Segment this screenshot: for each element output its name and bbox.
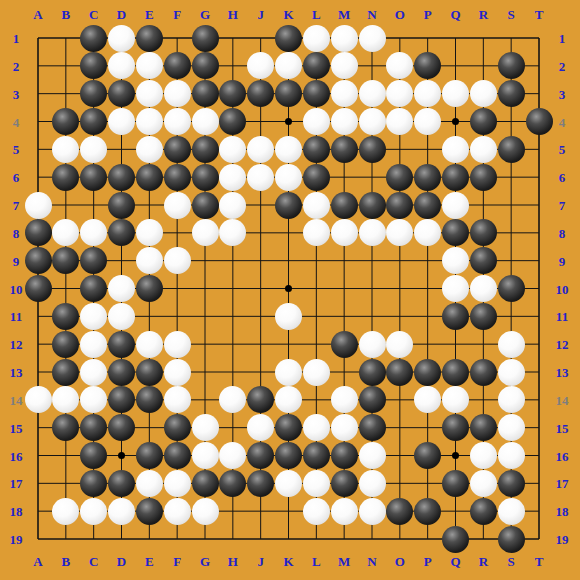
- white-stone: [498, 498, 525, 525]
- row-label-right: 3: [559, 87, 566, 100]
- white-stone: [136, 52, 163, 79]
- black-stone: [164, 52, 191, 79]
- black-stone: [414, 192, 441, 219]
- white-stone: [303, 108, 330, 135]
- col-label-top: H: [228, 8, 238, 21]
- row-label-right: 18: [556, 505, 569, 518]
- col-label-bottom: S: [508, 555, 515, 568]
- star-point: [118, 452, 125, 459]
- col-label-top: L: [312, 8, 321, 21]
- black-stone: [303, 164, 330, 191]
- black-stone: [442, 303, 469, 330]
- white-stone: [80, 359, 107, 386]
- white-stone: [164, 247, 191, 274]
- black-stone: [414, 359, 441, 386]
- row-label-left: 1: [13, 32, 20, 45]
- black-stone: [136, 275, 163, 302]
- col-label-bottom: O: [395, 555, 405, 568]
- white-stone: [136, 108, 163, 135]
- black-stone: [108, 192, 135, 219]
- black-stone: [275, 80, 302, 107]
- black-stone: [164, 136, 191, 163]
- white-stone: [303, 414, 330, 441]
- col-label-top: C: [89, 8, 98, 21]
- white-stone: [359, 108, 386, 135]
- white-stone: [498, 442, 525, 469]
- black-stone: [359, 414, 386, 441]
- white-stone: [498, 359, 525, 386]
- black-stone: [386, 164, 413, 191]
- black-stone: [498, 470, 525, 497]
- col-label-top: S: [508, 8, 515, 21]
- black-stone: [192, 52, 219, 79]
- white-stone: [442, 136, 469, 163]
- col-label-bottom: Q: [450, 555, 460, 568]
- black-stone: [136, 498, 163, 525]
- white-stone: [80, 136, 107, 163]
- col-label-top: D: [117, 8, 126, 21]
- black-stone: [303, 80, 330, 107]
- white-stone: [52, 136, 79, 163]
- col-label-top: R: [479, 8, 488, 21]
- black-stone: [470, 219, 497, 246]
- black-stone: [414, 164, 441, 191]
- row-label-left: 15: [10, 421, 23, 434]
- col-label-top: Q: [450, 8, 460, 21]
- white-stone: [164, 331, 191, 358]
- row-label-right: 17: [556, 477, 569, 490]
- black-stone: [136, 386, 163, 413]
- black-stone: [470, 303, 497, 330]
- row-label-right: 19: [556, 533, 569, 546]
- white-stone: [164, 359, 191, 386]
- row-label-left: 14: [10, 393, 23, 406]
- white-stone: [303, 25, 330, 52]
- white-stone: [331, 25, 358, 52]
- col-label-bottom: D: [117, 555, 126, 568]
- black-stone: [25, 247, 52, 274]
- black-stone: [136, 359, 163, 386]
- white-stone: [470, 470, 497, 497]
- star-point: [285, 285, 292, 292]
- black-stone: [108, 359, 135, 386]
- black-stone: [498, 275, 525, 302]
- white-stone: [108, 303, 135, 330]
- white-stone: [498, 331, 525, 358]
- white-stone: [303, 359, 330, 386]
- white-stone: [108, 25, 135, 52]
- col-label-top: A: [33, 8, 42, 21]
- white-stone: [136, 331, 163, 358]
- black-stone: [331, 136, 358, 163]
- col-label-top: G: [200, 8, 210, 21]
- white-stone: [164, 108, 191, 135]
- white-stone: [192, 442, 219, 469]
- black-stone: [442, 470, 469, 497]
- white-stone: [442, 80, 469, 107]
- row-label-right: 1: [559, 32, 566, 45]
- white-stone: [108, 275, 135, 302]
- row-label-right: 7: [559, 199, 566, 212]
- white-stone: [136, 470, 163, 497]
- black-stone: [526, 108, 553, 135]
- row-label-left: 4: [13, 115, 20, 128]
- white-stone: [275, 164, 302, 191]
- black-stone: [219, 470, 246, 497]
- row-label-left: 11: [10, 310, 22, 323]
- black-stone: [164, 442, 191, 469]
- col-label-bottom: P: [424, 555, 432, 568]
- white-stone: [164, 386, 191, 413]
- black-stone: [470, 247, 497, 274]
- white-stone: [275, 303, 302, 330]
- row-label-right: 14: [556, 393, 569, 406]
- col-label-top: J: [257, 8, 264, 21]
- black-stone: [498, 52, 525, 79]
- col-label-bottom: J: [257, 555, 264, 568]
- row-label-left: 5: [13, 143, 20, 156]
- row-label-left: 8: [13, 226, 20, 239]
- white-stone: [359, 498, 386, 525]
- white-stone: [331, 219, 358, 246]
- white-stone: [331, 52, 358, 79]
- row-label-right: 13: [556, 366, 569, 379]
- row-label-right: 2: [559, 59, 566, 72]
- white-stone: [414, 108, 441, 135]
- white-stone: [442, 275, 469, 302]
- black-stone: [192, 80, 219, 107]
- col-label-top: B: [61, 8, 70, 21]
- white-stone: [192, 414, 219, 441]
- black-stone: [498, 80, 525, 107]
- row-label-left: 9: [13, 254, 20, 267]
- black-stone: [359, 136, 386, 163]
- white-stone: [192, 108, 219, 135]
- black-stone: [442, 359, 469, 386]
- row-label-right: 6: [559, 171, 566, 184]
- white-stone: [303, 219, 330, 246]
- white-stone: [303, 192, 330, 219]
- black-stone: [275, 442, 302, 469]
- black-stone: [164, 164, 191, 191]
- white-stone: [164, 80, 191, 107]
- row-label-right: 16: [556, 449, 569, 462]
- white-stone: [303, 470, 330, 497]
- black-stone: [136, 442, 163, 469]
- black-stone: [470, 414, 497, 441]
- black-stone: [136, 164, 163, 191]
- white-stone: [470, 442, 497, 469]
- star-point: [452, 452, 459, 459]
- row-label-left: 18: [10, 505, 23, 518]
- black-stone: [52, 303, 79, 330]
- col-label-bottom: C: [89, 555, 98, 568]
- white-stone: [331, 80, 358, 107]
- white-stone: [108, 498, 135, 525]
- col-label-bottom: A: [33, 555, 42, 568]
- white-stone: [442, 192, 469, 219]
- col-label-top: T: [535, 8, 544, 21]
- black-stone: [80, 275, 107, 302]
- white-stone: [303, 498, 330, 525]
- row-label-right: 11: [556, 310, 568, 323]
- black-stone: [470, 359, 497, 386]
- black-stone: [108, 414, 135, 441]
- white-stone: [359, 470, 386, 497]
- black-stone: [470, 164, 497, 191]
- white-stone: [80, 303, 107, 330]
- black-stone: [108, 331, 135, 358]
- star-point: [285, 118, 292, 125]
- white-stone: [359, 25, 386, 52]
- black-stone: [192, 164, 219, 191]
- black-stone: [275, 192, 302, 219]
- col-label-bottom: F: [173, 555, 181, 568]
- white-stone: [275, 470, 302, 497]
- white-stone: [359, 442, 386, 469]
- black-stone: [164, 414, 191, 441]
- black-stone: [192, 136, 219, 163]
- white-stone: [80, 498, 107, 525]
- white-stone: [136, 219, 163, 246]
- white-stone: [192, 498, 219, 525]
- white-stone: [108, 108, 135, 135]
- col-label-bottom: K: [283, 555, 293, 568]
- white-stone: [219, 136, 246, 163]
- black-stone: [414, 498, 441, 525]
- black-stone: [331, 442, 358, 469]
- white-stone: [470, 275, 497, 302]
- row-label-right: 8: [559, 226, 566, 239]
- black-stone: [303, 136, 330, 163]
- white-stone: [386, 331, 413, 358]
- white-stone: [25, 386, 52, 413]
- black-stone: [52, 359, 79, 386]
- black-stone: [359, 359, 386, 386]
- row-label-left: 12: [10, 338, 23, 351]
- black-stone: [498, 526, 525, 553]
- col-label-top: K: [283, 8, 293, 21]
- white-stone: [164, 498, 191, 525]
- row-label-left: 3: [13, 87, 20, 100]
- black-stone: [80, 470, 107, 497]
- black-stone: [414, 442, 441, 469]
- col-label-bottom: N: [367, 555, 376, 568]
- col-label-top: M: [338, 8, 350, 21]
- row-label-left: 10: [10, 282, 23, 295]
- black-stone: [80, 108, 107, 135]
- black-stone: [359, 386, 386, 413]
- white-stone: [331, 498, 358, 525]
- row-label-left: 19: [10, 533, 23, 546]
- black-stone: [442, 164, 469, 191]
- col-label-top: N: [367, 8, 376, 21]
- go-board[interactable]: AABBCCDDEEFFGGHHJJKKLLMMNNOOPPQQRRSSTT11…: [0, 0, 580, 580]
- white-stone: [219, 192, 246, 219]
- black-stone: [359, 192, 386, 219]
- row-label-left: 6: [13, 171, 20, 184]
- col-label-top: F: [173, 8, 181, 21]
- white-stone: [470, 80, 497, 107]
- col-label-bottom: M: [338, 555, 350, 568]
- black-stone: [303, 442, 330, 469]
- black-stone: [442, 526, 469, 553]
- white-stone: [331, 108, 358, 135]
- row-label-right: 4: [559, 115, 566, 128]
- black-stone: [470, 108, 497, 135]
- black-stone: [192, 25, 219, 52]
- black-stone: [192, 192, 219, 219]
- row-label-left: 7: [13, 199, 20, 212]
- black-stone: [80, 442, 107, 469]
- black-stone: [192, 470, 219, 497]
- white-stone: [25, 192, 52, 219]
- white-stone: [498, 386, 525, 413]
- row-label-right: 10: [556, 282, 569, 295]
- black-stone: [108, 470, 135, 497]
- row-label-right: 5: [559, 143, 566, 156]
- col-label-bottom: E: [145, 555, 154, 568]
- col-label-bottom: R: [479, 555, 488, 568]
- white-stone: [219, 164, 246, 191]
- black-stone: [386, 359, 413, 386]
- black-stone: [247, 442, 274, 469]
- row-label-left: 17: [10, 477, 23, 490]
- black-stone: [386, 498, 413, 525]
- white-stone: [136, 136, 163, 163]
- black-stone: [80, 164, 107, 191]
- white-stone: [331, 414, 358, 441]
- white-stone: [359, 80, 386, 107]
- white-stone: [470, 136, 497, 163]
- black-stone: [136, 25, 163, 52]
- col-label-bottom: L: [312, 555, 321, 568]
- black-stone: [80, 25, 107, 52]
- black-stone: [108, 80, 135, 107]
- white-stone: [247, 164, 274, 191]
- white-stone: [164, 470, 191, 497]
- col-label-bottom: H: [228, 555, 238, 568]
- black-stone: [303, 52, 330, 79]
- black-stone: [25, 219, 52, 246]
- black-stone: [331, 192, 358, 219]
- black-stone: [275, 25, 302, 52]
- black-stone: [25, 275, 52, 302]
- white-stone: [136, 247, 163, 274]
- white-stone: [164, 192, 191, 219]
- black-stone: [470, 498, 497, 525]
- black-stone: [108, 164, 135, 191]
- black-stone: [331, 331, 358, 358]
- black-stone: [52, 331, 79, 358]
- row-label-left: 13: [10, 366, 23, 379]
- white-stone: [331, 386, 358, 413]
- col-label-bottom: T: [535, 555, 544, 568]
- white-stone: [359, 331, 386, 358]
- col-label-top: O: [395, 8, 405, 21]
- white-stone: [52, 498, 79, 525]
- col-label-bottom: B: [61, 555, 70, 568]
- white-stone: [136, 80, 163, 107]
- black-stone: [442, 414, 469, 441]
- black-stone: [331, 470, 358, 497]
- row-label-left: 16: [10, 449, 23, 462]
- black-stone: [275, 414, 302, 441]
- black-stone: [52, 164, 79, 191]
- black-stone: [498, 136, 525, 163]
- white-stone: [247, 136, 274, 163]
- white-stone: [80, 331, 107, 358]
- white-stone: [275, 359, 302, 386]
- row-label-left: 2: [13, 59, 20, 72]
- white-stone: [192, 219, 219, 246]
- white-stone: [498, 414, 525, 441]
- row-label-right: 9: [559, 254, 566, 267]
- black-stone: [386, 192, 413, 219]
- white-stone: [275, 136, 302, 163]
- white-stone: [359, 219, 386, 246]
- black-stone: [247, 470, 274, 497]
- col-label-top: E: [145, 8, 154, 21]
- col-label-bottom: G: [200, 555, 210, 568]
- row-label-right: 15: [556, 421, 569, 434]
- row-label-right: 12: [556, 338, 569, 351]
- star-point: [452, 118, 459, 125]
- white-stone: [442, 247, 469, 274]
- col-label-top: P: [424, 8, 432, 21]
